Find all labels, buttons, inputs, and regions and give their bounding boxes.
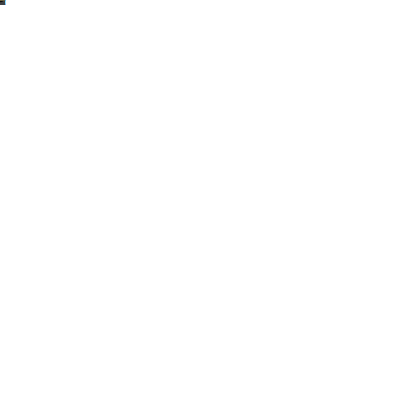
piece-white-rook-h1[interactable]: ♜: [0, 0, 7, 4]
chess-board-svg: AABBCCDDEEFFGGHH1122334455667788♜♞♝♛♚♝♞♜…: [0, 0, 420, 420]
chess-set-photo: AABBCCDDEEFFGGHH1122334455667788♜♞♝♛♚♝♞♜…: [0, 0, 420, 420]
